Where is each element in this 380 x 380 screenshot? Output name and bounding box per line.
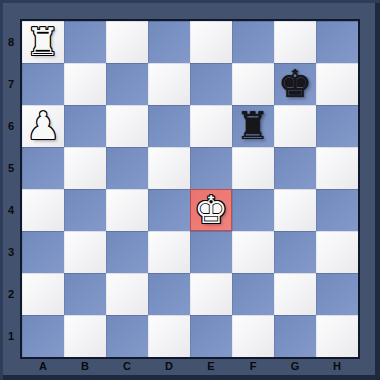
rank-label-5: 5	[0, 147, 22, 189]
square-e4[interactable]: ♚	[190, 189, 232, 231]
square-d5[interactable]	[148, 147, 190, 189]
square-d2[interactable]	[148, 273, 190, 315]
square-a6[interactable]: ♟	[22, 105, 64, 147]
square-e2[interactable]	[190, 273, 232, 315]
square-c2[interactable]	[106, 273, 148, 315]
square-e8[interactable]	[190, 21, 232, 63]
square-d1[interactable]	[148, 315, 190, 357]
square-c7[interactable]	[106, 63, 148, 105]
square-b6[interactable]	[64, 105, 106, 147]
square-h2[interactable]	[316, 273, 358, 315]
square-f6[interactable]: ♜	[232, 105, 274, 147]
piece-black-king[interactable]: ♚	[278, 63, 312, 105]
square-f1[interactable]	[232, 315, 274, 357]
rank-label-1: 1	[0, 315, 22, 357]
square-h8[interactable]	[316, 21, 358, 63]
square-e7[interactable]	[190, 63, 232, 105]
square-g4[interactable]	[274, 189, 316, 231]
square-e3[interactable]	[190, 231, 232, 273]
square-g5[interactable]	[274, 147, 316, 189]
square-b1[interactable]	[64, 315, 106, 357]
file-label-h: H	[316, 357, 358, 374]
rank-label-6: 6	[0, 105, 22, 147]
chess-board: ♜♚♟♜♚	[22, 21, 358, 357]
square-f8[interactable]	[232, 21, 274, 63]
file-label-d: D	[148, 357, 190, 374]
square-b2[interactable]	[64, 273, 106, 315]
square-g6[interactable]	[274, 105, 316, 147]
square-a1[interactable]	[22, 315, 64, 357]
square-c6[interactable]	[106, 105, 148, 147]
square-f4[interactable]	[232, 189, 274, 231]
square-h4[interactable]	[316, 189, 358, 231]
square-c3[interactable]	[106, 231, 148, 273]
square-h1[interactable]	[316, 315, 358, 357]
rank-label-4: 4	[0, 189, 22, 231]
square-a4[interactable]	[22, 189, 64, 231]
square-b3[interactable]	[64, 231, 106, 273]
file-label-f: F	[232, 357, 274, 374]
piece-white-king[interactable]: ♚	[194, 189, 228, 231]
square-g8[interactable]	[274, 21, 316, 63]
square-f5[interactable]	[232, 147, 274, 189]
square-b4[interactable]	[64, 189, 106, 231]
file-label-c: C	[106, 357, 148, 374]
square-h7[interactable]	[316, 63, 358, 105]
square-a2[interactable]	[22, 273, 64, 315]
file-labels: ABCDEFGH	[22, 357, 358, 374]
square-d6[interactable]	[148, 105, 190, 147]
piece-white-rook[interactable]: ♜	[26, 21, 60, 63]
square-f7[interactable]	[232, 63, 274, 105]
file-label-a: A	[22, 357, 64, 374]
square-a7[interactable]	[22, 63, 64, 105]
rank-label-3: 3	[0, 231, 22, 273]
rank-labels: 87654321	[0, 21, 22, 357]
rank-label-8: 8	[0, 21, 22, 63]
square-g1[interactable]	[274, 315, 316, 357]
square-b8[interactable]	[64, 21, 106, 63]
square-f2[interactable]	[232, 273, 274, 315]
square-c4[interactable]	[106, 189, 148, 231]
file-label-g: G	[274, 357, 316, 374]
square-c5[interactable]	[106, 147, 148, 189]
square-e1[interactable]	[190, 315, 232, 357]
square-d8[interactable]	[148, 21, 190, 63]
square-d7[interactable]	[148, 63, 190, 105]
square-a8[interactable]: ♜	[22, 21, 64, 63]
square-h5[interactable]	[316, 147, 358, 189]
file-label-b: B	[64, 357, 106, 374]
square-g2[interactable]	[274, 273, 316, 315]
square-g7[interactable]: ♚	[274, 63, 316, 105]
square-e6[interactable]	[190, 105, 232, 147]
rank-label-7: 7	[0, 63, 22, 105]
square-a3[interactable]	[22, 231, 64, 273]
rank-label-2: 2	[0, 273, 22, 315]
square-d3[interactable]	[148, 231, 190, 273]
board-frame: 87654321 ABCDEFGH ♜♚♟♜♚	[0, 0, 380, 380]
square-c1[interactable]	[106, 315, 148, 357]
file-label-e: E	[190, 357, 232, 374]
square-h3[interactable]	[316, 231, 358, 273]
square-h6[interactable]	[316, 105, 358, 147]
square-b7[interactable]	[64, 63, 106, 105]
square-a5[interactable]	[22, 147, 64, 189]
piece-black-rook[interactable]: ♜	[236, 105, 270, 147]
piece-white-pawn[interactable]: ♟	[26, 105, 60, 147]
square-c8[interactable]	[106, 21, 148, 63]
square-b5[interactable]	[64, 147, 106, 189]
square-f3[interactable]	[232, 231, 274, 273]
square-e5[interactable]	[190, 147, 232, 189]
square-g3[interactable]	[274, 231, 316, 273]
square-d4[interactable]	[148, 189, 190, 231]
